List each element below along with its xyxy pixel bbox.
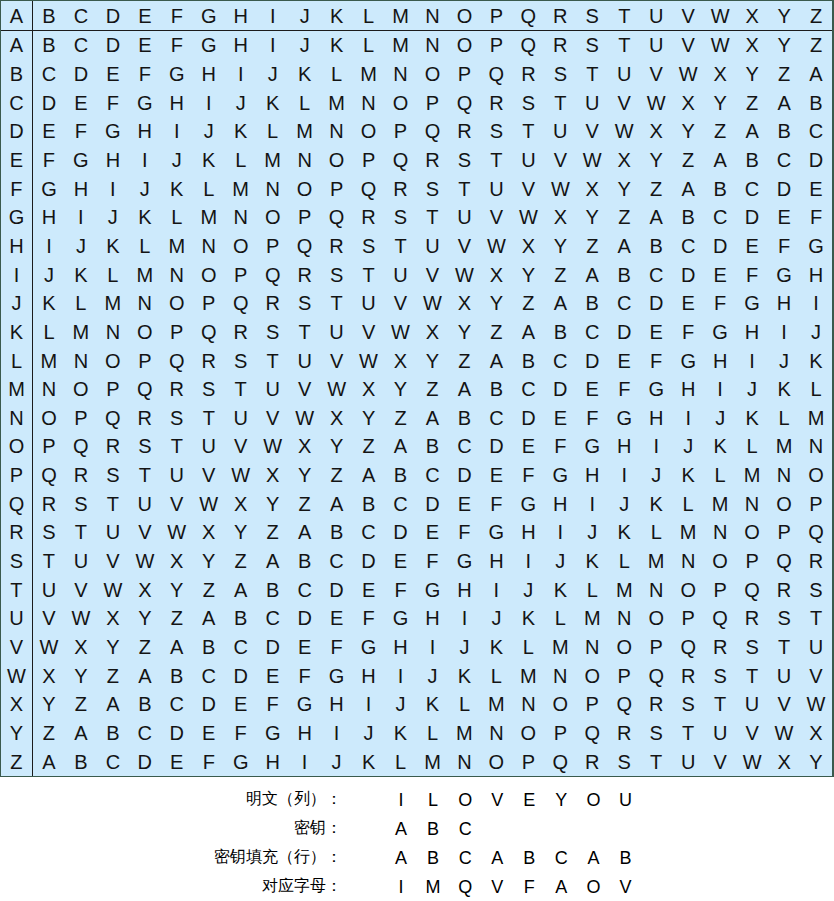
table-cell: D [257, 633, 289, 662]
table-cell: C [385, 489, 417, 518]
table-cell: L [193, 174, 225, 203]
table-cell: V [512, 174, 544, 203]
table-cell: Y [33, 690, 65, 719]
table-cell: S [97, 461, 129, 490]
table-cell: M [512, 661, 544, 690]
plaintext-letter: E [513, 791, 545, 809]
table-cell: W [576, 146, 608, 175]
table-cell: U [225, 404, 257, 433]
table-cell: V [416, 260, 448, 289]
table-cell: Z [736, 88, 768, 117]
table-cell: W [800, 690, 832, 719]
table-cell: F [321, 633, 353, 662]
table-cell: L [321, 60, 353, 89]
table-cell: G [289, 690, 321, 719]
table-cell: F [65, 117, 97, 146]
table-cell: N [416, 31, 448, 60]
table-cell: O [576, 661, 608, 690]
key-fill-letter: A [385, 849, 417, 867]
table-cell: I [544, 518, 576, 547]
table-cell: M [161, 232, 193, 261]
table-cell: O [736, 518, 768, 547]
table-cell: J [289, 31, 321, 60]
table-cell: W [65, 604, 97, 633]
table-cell: X [544, 203, 576, 232]
table-cell: Q [672, 633, 704, 662]
table-cell: T [289, 318, 321, 347]
table-cell: A [512, 318, 544, 347]
table-cell: P [608, 661, 640, 690]
table-cell: G [480, 518, 512, 547]
result-letter: F [513, 878, 545, 896]
table-cell: A [161, 633, 193, 662]
col-header-cell: Y [768, 1, 800, 31]
row-header-cell: F [1, 174, 33, 203]
table-cell: B [33, 31, 65, 60]
table-cell: M [672, 518, 704, 547]
table-cell: A [416, 404, 448, 433]
table-cell: C [225, 633, 257, 662]
table-cell: U [97, 518, 129, 547]
table-cell: V [161, 489, 193, 518]
table-cell: U [800, 633, 832, 662]
col-header-cell: J [289, 1, 321, 31]
table-cell: D [672, 260, 704, 289]
table-cell: I [193, 88, 225, 117]
table-cell: K [480, 633, 512, 662]
table-cell: L [576, 575, 608, 604]
table-cell: R [161, 375, 193, 404]
row-header-cell: K [1, 318, 33, 347]
table-cell: V [480, 203, 512, 232]
key-fill-letter: B [417, 849, 449, 867]
table-cell: O [225, 232, 257, 261]
table-cell: R [193, 346, 225, 375]
result-label: 对应字母： [0, 876, 385, 897]
table-cell: U [129, 489, 161, 518]
table-cell: W [736, 747, 768, 776]
table-cell: U [608, 60, 640, 89]
plaintext-values: ILOVEYOU [385, 791, 642, 809]
table-cell: T [448, 174, 480, 203]
table-cell: V [736, 719, 768, 748]
table-cell: N [480, 719, 512, 748]
table-cell: R [672, 661, 704, 690]
table-cell: C [65, 31, 97, 60]
table-cell: F [97, 88, 129, 117]
table-cell: I [736, 346, 768, 375]
table-cell: T [385, 232, 417, 261]
table-cell: E [608, 346, 640, 375]
table-cell: R [448, 117, 480, 146]
table-cell: W [640, 88, 672, 117]
table-cell: O [480, 747, 512, 776]
col-header-cell: H [225, 1, 257, 31]
table-cell: R [640, 690, 672, 719]
table-cell: C [608, 289, 640, 318]
table-cell: U [289, 346, 321, 375]
table-cell: O [193, 260, 225, 289]
table-cell: Q [225, 289, 257, 318]
table-cell: O [289, 174, 321, 203]
table-cell: X [161, 547, 193, 576]
table-cell: S [353, 232, 385, 261]
table-cell: H [289, 719, 321, 748]
table-cell: P [416, 88, 448, 117]
row-header-cell: Z [1, 747, 33, 776]
table-cell: J [385, 690, 417, 719]
col-header-cell: W [704, 1, 736, 31]
table-cell: L [257, 117, 289, 146]
table-cell: X [672, 88, 704, 117]
table-cell: F [161, 31, 193, 60]
table-cell: B [448, 404, 480, 433]
table-cell: V [65, 575, 97, 604]
table-cell: Q [800, 518, 832, 547]
example-row-result: 对应字母： IMQVFAOV [0, 872, 834, 901]
table-cell: G [65, 146, 97, 175]
table-cell: T [321, 289, 353, 318]
table-cell: R [257, 289, 289, 318]
table-cell: R [736, 604, 768, 633]
table-cell: E [576, 375, 608, 404]
table-cell: V [448, 232, 480, 261]
table-cell: Y [704, 88, 736, 117]
table-cell: Y [193, 547, 225, 576]
table-cell: Y [736, 60, 768, 89]
table-cell: K [65, 260, 97, 289]
key-fill-letter: A [577, 849, 609, 867]
table-cell: X [768, 747, 800, 776]
table-cell: D [800, 146, 832, 175]
table-cell: F [448, 518, 480, 547]
table-cell: D [608, 318, 640, 347]
table-cell: Q [385, 146, 417, 175]
table-cell: T [416, 203, 448, 232]
table-cell: U [65, 547, 97, 576]
result-letter: O [577, 878, 609, 896]
table-cell: H [385, 633, 417, 662]
table-cell: I [608, 461, 640, 490]
table-cell: R [704, 633, 736, 662]
table-cell: X [65, 633, 97, 662]
table-cell: R [480, 88, 512, 117]
table-cell: C [97, 747, 129, 776]
table-cell: T [353, 260, 385, 289]
key-fill-letter: C [449, 849, 481, 867]
table-cell: P [512, 747, 544, 776]
table-cell: C [640, 260, 672, 289]
table-cell: U [672, 747, 704, 776]
table-cell: X [704, 60, 736, 89]
table-cell: B [672, 203, 704, 232]
table-cell: B [321, 518, 353, 547]
row-header-cell: C [1, 88, 33, 117]
row-header-cell: S [1, 547, 33, 576]
table-cell: J [512, 575, 544, 604]
table-cell: H [33, 203, 65, 232]
table-cell: G [768, 260, 800, 289]
table-cell: P [33, 432, 65, 461]
table-cell: Q [544, 747, 576, 776]
table-cell: Q [448, 88, 480, 117]
table-cell: E [385, 547, 417, 576]
table-cell: A [672, 174, 704, 203]
key-fill-values: ABCABCAB [385, 849, 642, 867]
table-cell: R [65, 461, 97, 490]
row-header-cell: I [1, 260, 33, 289]
table-cell: S [385, 203, 417, 232]
table-cell: M [289, 117, 321, 146]
table-cell: Z [385, 404, 417, 433]
row-header-cell: W [1, 661, 33, 690]
table-cell: D [289, 604, 321, 633]
table-cell: P [193, 289, 225, 318]
table-cell: F [385, 575, 417, 604]
table-cell: N [385, 60, 417, 89]
table-cell: K [448, 661, 480, 690]
row-header-cell: T [1, 575, 33, 604]
table-cell: D [97, 31, 129, 60]
table-cell: R [129, 404, 161, 433]
table-cell: N [768, 461, 800, 490]
table-cell: A [768, 88, 800, 117]
table-cell: E [33, 117, 65, 146]
table-cell: H [416, 604, 448, 633]
table-cell: X [576, 174, 608, 203]
table-cell: M [544, 633, 576, 662]
table-cell: X [321, 404, 353, 433]
table-cell: O [768, 489, 800, 518]
table-cell: O [257, 203, 289, 232]
row-header-cell: A [1, 31, 33, 60]
table-cell: H [544, 489, 576, 518]
plaintext-label: 明文（列）： [0, 789, 385, 810]
table-cell: O [65, 375, 97, 404]
row-header-cell: U [1, 604, 33, 633]
table-cell: W [385, 318, 417, 347]
table-cell: H [480, 547, 512, 576]
table-cell: P [576, 690, 608, 719]
table-cell: E [704, 260, 736, 289]
table-cell: B [608, 260, 640, 289]
row-header-cell: Q [1, 489, 33, 518]
col-header-cell: S [576, 1, 608, 31]
table-cell: I [257, 31, 289, 60]
table-cell: H [321, 690, 353, 719]
table-cell: M [448, 719, 480, 748]
table-cell: O [512, 719, 544, 748]
table-cell: M [97, 289, 129, 318]
table-cell: M [353, 60, 385, 89]
table-cell: X [640, 117, 672, 146]
table-cell: O [33, 404, 65, 433]
table-cell: Y [768, 31, 800, 60]
table-cell: X [129, 575, 161, 604]
table-cell: I [321, 719, 353, 748]
table-cell: A [193, 604, 225, 633]
table-cell: Z [704, 117, 736, 146]
table-cell: H [161, 88, 193, 117]
table-cell: S [129, 432, 161, 461]
row-header-cell: N [1, 404, 33, 433]
table-cell: Z [480, 318, 512, 347]
table-cell: U [736, 690, 768, 719]
table-cell: X [193, 518, 225, 547]
table-cell: P [353, 146, 385, 175]
table-cell: G [33, 174, 65, 203]
table-cell: N [544, 661, 576, 690]
table-cell: R [768, 575, 800, 604]
table-cell: J [768, 346, 800, 375]
table-cell: I [416, 633, 448, 662]
table-cell: I [640, 432, 672, 461]
table-cell: T [97, 489, 129, 518]
table-cell: W [161, 518, 193, 547]
table-cell: P [321, 174, 353, 203]
result-letter: M [417, 878, 449, 896]
table-cell: E [544, 404, 576, 433]
row-header-cell: J [1, 289, 33, 318]
row-header-cell: V [1, 633, 33, 662]
table-cell: Q [321, 203, 353, 232]
table-cell: J [225, 88, 257, 117]
table-cell: L [33, 318, 65, 347]
table-cell: N [129, 289, 161, 318]
table-cell: M [225, 174, 257, 203]
table-cell: U [416, 232, 448, 261]
table-cell: X [480, 260, 512, 289]
table-cell: Q [353, 174, 385, 203]
table-cell: J [640, 461, 672, 490]
table-cell: P [800, 489, 832, 518]
table-cell: K [225, 117, 257, 146]
row-header-cell: M [1, 375, 33, 404]
table-cell: L [544, 604, 576, 633]
table-cell: T [608, 31, 640, 60]
table-cell: Y [65, 661, 97, 690]
table-cell: P [385, 117, 417, 146]
table-cell: T [65, 518, 97, 547]
table-cell: K [544, 575, 576, 604]
row-header-cell: L [1, 346, 33, 375]
table-cell: O [640, 604, 672, 633]
table-cell: M [640, 547, 672, 576]
table-cell: W [257, 432, 289, 461]
table-cell: G [576, 432, 608, 461]
table-cell: V [225, 432, 257, 461]
table-cell: W [193, 489, 225, 518]
table-cell: J [704, 404, 736, 433]
table-cell: P [768, 518, 800, 547]
table-cell: I [576, 489, 608, 518]
table-cell: U [353, 289, 385, 318]
col-header-cell: P [480, 1, 512, 31]
table-cell: G [225, 747, 257, 776]
col-header-cell: O [448, 1, 480, 31]
table-cell: F [704, 289, 736, 318]
table-cell: A [289, 518, 321, 547]
table-cell: A [129, 661, 161, 690]
table-cell: P [289, 203, 321, 232]
table-cell: A [608, 232, 640, 261]
table-cell: M [129, 260, 161, 289]
table-cell: Y [129, 604, 161, 633]
table-cell: Y [544, 232, 576, 261]
table-cell: P [640, 633, 672, 662]
table-cell: Q [161, 346, 193, 375]
table-cell: V [704, 747, 736, 776]
table-cell: A [65, 719, 97, 748]
table-cell: H [448, 575, 480, 604]
table-cell: L [129, 232, 161, 261]
table-cell: H [97, 146, 129, 175]
table-cell: W [608, 117, 640, 146]
table-cell: I [448, 604, 480, 633]
table-cell: E [512, 432, 544, 461]
table-cell: T [576, 60, 608, 89]
table-cell: V [353, 318, 385, 347]
table-cell: H [353, 661, 385, 690]
table-cell: J [480, 604, 512, 633]
table-cell: Q [576, 719, 608, 748]
table-cell: Y [480, 289, 512, 318]
table-cell: F [416, 547, 448, 576]
table-cell: D [544, 375, 576, 404]
table-cell: P [129, 346, 161, 375]
table-cell: N [672, 547, 704, 576]
table-cell: I [161, 117, 193, 146]
table-cell: D [576, 346, 608, 375]
table-cell: S [672, 690, 704, 719]
table-cell: Z [257, 518, 289, 547]
table-cell: Z [193, 575, 225, 604]
table-cell: W [353, 346, 385, 375]
table-cell: V [640, 60, 672, 89]
col-header-cell: N [416, 1, 448, 31]
table-cell: B [65, 747, 97, 776]
table-cell: V [385, 289, 417, 318]
table-cell: O [448, 31, 480, 60]
table-cell: V [608, 88, 640, 117]
table-cell: F [672, 318, 704, 347]
table-cell: L [480, 661, 512, 690]
example-row-key-fill: 密钥填充（行）： ABCABCAB [0, 843, 834, 872]
table-cell: X [353, 375, 385, 404]
table-cell: F [800, 203, 832, 232]
table-cell: D [225, 661, 257, 690]
table-cell: O [608, 633, 640, 662]
key-letter: A [385, 820, 417, 838]
table-cell: S [800, 575, 832, 604]
table-cell: R [800, 547, 832, 576]
table-cell: V [672, 31, 704, 60]
table-cell: K [704, 432, 736, 461]
table-cell: U [257, 375, 289, 404]
col-header-cell: E [129, 1, 161, 31]
table-cell: J [33, 260, 65, 289]
table-cell: M [736, 461, 768, 490]
table-cell: S [193, 375, 225, 404]
table-cell: D [704, 232, 736, 261]
table-cell: C [736, 174, 768, 203]
table-cell: U [480, 174, 512, 203]
table-cell: T [672, 719, 704, 748]
col-header-cell: U [640, 1, 672, 31]
table-cell: Q [512, 31, 544, 60]
table-cell: U [161, 461, 193, 490]
table-cell: N [65, 346, 97, 375]
